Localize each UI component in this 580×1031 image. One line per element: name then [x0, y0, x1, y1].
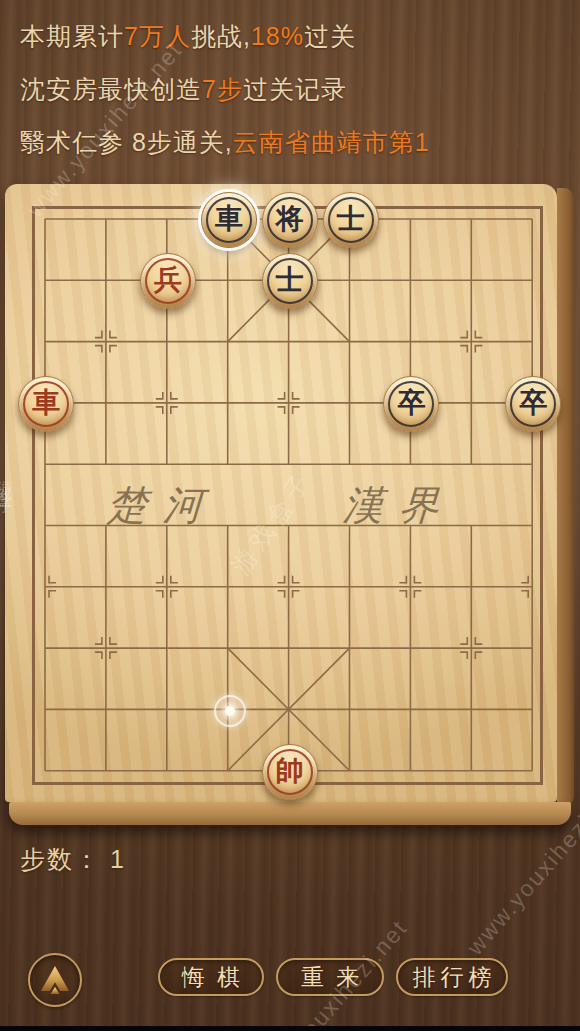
stat-highlight: 18%	[251, 22, 304, 50]
piece-glyph: 将	[276, 205, 304, 233]
piece-glyph: 帥	[276, 757, 304, 785]
step-counter-value: 1	[110, 845, 126, 873]
undo-button-label: 悔棋	[182, 962, 252, 993]
piece-glyph: 兵	[154, 266, 182, 294]
restart-button[interactable]: 重来	[276, 958, 384, 996]
stat-text: 挑战,	[191, 22, 251, 50]
expand-up-button[interactable]	[28, 953, 82, 1007]
piece-glyph: 卒	[397, 389, 425, 417]
piece-black[interactable]: 士	[262, 253, 318, 309]
undo-button[interactable]: 悔棋	[158, 958, 264, 996]
stat-line-record: 沈安房最快创造7步过关记录	[20, 73, 430, 126]
leaderboard-button[interactable]: 排行榜	[396, 958, 508, 996]
piece-red[interactable]: 帥	[262, 744, 318, 800]
piece-glyph: 車	[32, 389, 60, 417]
stat-text: 过关记录	[243, 75, 347, 103]
bottom-edge-bar	[0, 1026, 580, 1031]
river-label-han: 漢界	[342, 478, 457, 533]
challenge-stats: 本期累计7万人挑战,18%过关 沈安房最快创造7步过关记录 翳术仁参 8步通关,…	[20, 20, 430, 179]
leaderboard-button-label: 排行榜	[413, 962, 497, 993]
restart-button-label: 重来	[301, 962, 371, 993]
stat-line-participants: 本期累计7万人挑战,18%过关	[20, 20, 430, 73]
board-bevel-bottom	[9, 802, 571, 825]
xiangqi-board[interactable]: 楚河 漢界 車将士士兵車卒卒帥	[5, 184, 573, 826]
stat-text: 过关	[304, 22, 356, 50]
stat-highlight: 云南省曲靖市第1	[233, 128, 430, 156]
piece-red[interactable]: 車	[18, 376, 74, 432]
stat-text: 本期累计	[20, 22, 124, 50]
stat-line-player-rank: 翳术仁参 8步通关,云南省曲靖市第1	[20, 126, 430, 179]
move-origin-marker	[214, 695, 246, 727]
xiangqi-game-screen: 本期累计7万人挑战,18%过关 沈安房最快创造7步过关记录 翳术仁参 8步通关,…	[0, 0, 580, 1031]
stat-highlight: 7步	[202, 75, 243, 103]
piece-glyph: 卒	[519, 389, 547, 417]
piece-red[interactable]: 兵	[140, 253, 196, 309]
step-counter: 步数： 1	[20, 843, 126, 876]
board-bevel-right	[557, 188, 574, 806]
piece-black[interactable]: 士	[323, 192, 379, 248]
bottom-toolbar: 悔棋 重来 排行榜	[0, 950, 580, 1016]
stat-text: 沈安房最快创造	[20, 75, 202, 103]
stat-highlight: 7万人	[124, 22, 191, 50]
piece-black[interactable]: 卒	[383, 376, 439, 432]
up-arrow-icon	[35, 960, 75, 1000]
piece-glyph: 士	[276, 266, 304, 294]
river-label-chu: 楚河	[106, 478, 221, 533]
step-counter-label: 步数：	[20, 845, 101, 873]
stat-text: 翳术仁参 8步通关,	[20, 128, 233, 156]
piece-black[interactable]: 車	[201, 192, 257, 248]
piece-black[interactable]: 将	[262, 192, 318, 248]
piece-glyph: 士	[337, 205, 365, 233]
piece-black[interactable]: 卒	[505, 376, 561, 432]
piece-glyph: 車	[215, 205, 243, 233]
